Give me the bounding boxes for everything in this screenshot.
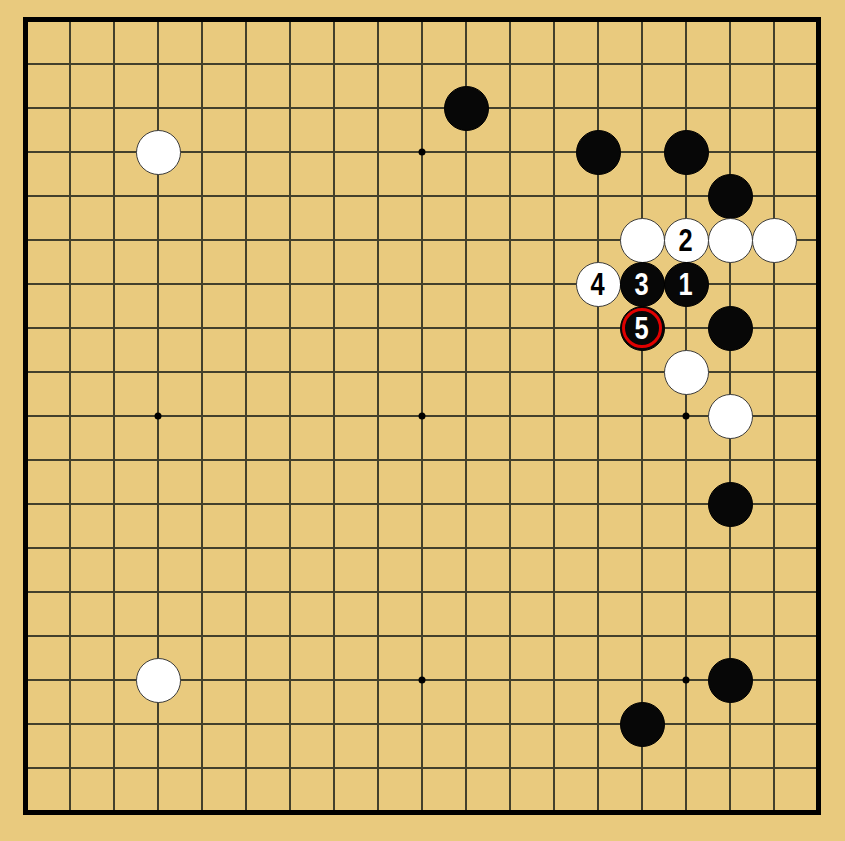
intersection-c18r1[interactable] <box>752 0 796 42</box>
intersection-c6r9[interactable] <box>224 350 268 394</box>
intersection-c6r19[interactable] <box>224 790 268 834</box>
intersection-c3r9[interactable] <box>92 350 136 394</box>
intersection-c17r16[interactable] <box>708 658 752 702</box>
intersection-c2r4[interactable] <box>48 130 92 174</box>
intersection-c1r14[interactable] <box>4 570 48 614</box>
intersection-c4r5[interactable] <box>136 174 180 218</box>
intersection-c2r11[interactable] <box>48 438 92 482</box>
intersection-c10r5[interactable] <box>400 174 444 218</box>
intersection-c17r5[interactable] <box>708 174 752 218</box>
intersection-c4r12[interactable] <box>136 482 180 526</box>
intersection-c3r3[interactable] <box>92 86 136 130</box>
intersection-c14r10[interactable] <box>576 394 620 438</box>
intersection-c6r12[interactable] <box>224 482 268 526</box>
intersection-c2r16[interactable] <box>48 658 92 702</box>
intersection-c11r7[interactable] <box>444 262 488 306</box>
intersection-c8r13[interactable] <box>312 526 356 570</box>
intersection-c12r14[interactable] <box>488 570 532 614</box>
intersection-c13r16[interactable] <box>532 658 576 702</box>
intersection-c12r2[interactable] <box>488 42 532 86</box>
intersection-c16r12[interactable] <box>664 482 708 526</box>
intersection-c11r19[interactable] <box>444 790 488 834</box>
intersection-c3r2[interactable] <box>92 42 136 86</box>
intersection-c3r15[interactable] <box>92 614 136 658</box>
intersection-c5r16[interactable] <box>180 658 224 702</box>
intersection-c19r3[interactable] <box>796 86 840 130</box>
intersection-c5r14[interactable] <box>180 570 224 614</box>
intersection-c14r1[interactable] <box>576 0 620 42</box>
intersection-c7r2[interactable] <box>268 42 312 86</box>
intersection-c6r13[interactable] <box>224 526 268 570</box>
intersection-c1r7[interactable] <box>4 262 48 306</box>
intersection-c15r9[interactable] <box>620 350 664 394</box>
intersection-c16r4[interactable] <box>664 130 708 174</box>
intersection-c3r1[interactable] <box>92 0 136 42</box>
intersection-c6r17[interactable] <box>224 702 268 746</box>
intersection-c8r16[interactable] <box>312 658 356 702</box>
intersection-c1r18[interactable] <box>4 746 48 790</box>
intersection-c6r6[interactable] <box>224 218 268 262</box>
intersection-c12r6[interactable] <box>488 218 532 262</box>
intersection-c19r13[interactable] <box>796 526 840 570</box>
intersection-c16r11[interactable] <box>664 438 708 482</box>
intersection-c11r14[interactable] <box>444 570 488 614</box>
intersection-c19r8[interactable] <box>796 306 840 350</box>
intersection-c5r6[interactable] <box>180 218 224 262</box>
intersection-c4r11[interactable] <box>136 438 180 482</box>
intersection-c13r2[interactable] <box>532 42 576 86</box>
intersection-c5r12[interactable] <box>180 482 224 526</box>
intersection-c11r4[interactable] <box>444 130 488 174</box>
intersection-c10r12[interactable] <box>400 482 444 526</box>
intersection-c19r18[interactable] <box>796 746 840 790</box>
intersection-c9r11[interactable] <box>356 438 400 482</box>
intersection-c18r6[interactable] <box>752 218 796 262</box>
intersection-c3r6[interactable] <box>92 218 136 262</box>
intersection-c17r2[interactable] <box>708 42 752 86</box>
intersection-c19r6[interactable] <box>796 218 840 262</box>
intersection-c1r12[interactable] <box>4 482 48 526</box>
intersection-c2r17[interactable] <box>48 702 92 746</box>
intersection-c19r16[interactable] <box>796 658 840 702</box>
intersection-c5r7[interactable] <box>180 262 224 306</box>
intersection-c8r4[interactable] <box>312 130 356 174</box>
intersection-c3r12[interactable] <box>92 482 136 526</box>
intersection-c19r5[interactable] <box>796 174 840 218</box>
intersection-c18r15[interactable] <box>752 614 796 658</box>
intersection-c19r7[interactable] <box>796 262 840 306</box>
intersection-c5r10[interactable] <box>180 394 224 438</box>
intersection-c17r13[interactable] <box>708 526 752 570</box>
intersection-c1r13[interactable] <box>4 526 48 570</box>
intersection-c6r18[interactable] <box>224 746 268 790</box>
intersection-c14r4[interactable] <box>576 130 620 174</box>
intersection-c7r19[interactable] <box>268 790 312 834</box>
intersection-c9r15[interactable] <box>356 614 400 658</box>
intersection-c2r12[interactable] <box>48 482 92 526</box>
intersection-c11r16[interactable] <box>444 658 488 702</box>
intersection-c9r10[interactable] <box>356 394 400 438</box>
intersection-c14r2[interactable] <box>576 42 620 86</box>
intersection-c4r1[interactable] <box>136 0 180 42</box>
intersection-c1r3[interactable] <box>4 86 48 130</box>
intersection-c2r2[interactable] <box>48 42 92 86</box>
intersection-c2r8[interactable] <box>48 306 92 350</box>
intersection-c1r16[interactable] <box>4 658 48 702</box>
intersection-c7r12[interactable] <box>268 482 312 526</box>
intersection-c18r17[interactable] <box>752 702 796 746</box>
intersection-c14r13[interactable] <box>576 526 620 570</box>
intersection-c16r1[interactable] <box>664 0 708 42</box>
intersection-c3r8[interactable] <box>92 306 136 350</box>
intersection-c7r15[interactable] <box>268 614 312 658</box>
intersection-c16r13[interactable] <box>664 526 708 570</box>
intersection-c17r8[interactable] <box>708 306 752 350</box>
intersection-c14r9[interactable] <box>576 350 620 394</box>
intersection-c1r17[interactable] <box>4 702 48 746</box>
intersection-c8r3[interactable] <box>312 86 356 130</box>
intersection-c12r12[interactable] <box>488 482 532 526</box>
intersection-c17r17[interactable] <box>708 702 752 746</box>
intersection-c12r10[interactable] <box>488 394 532 438</box>
intersection-c14r3[interactable] <box>576 86 620 130</box>
intersection-c11r2[interactable] <box>444 42 488 86</box>
intersection-c2r9[interactable] <box>48 350 92 394</box>
intersection-c10r18[interactable] <box>400 746 444 790</box>
intersection-c15r12[interactable] <box>620 482 664 526</box>
intersection-c5r15[interactable] <box>180 614 224 658</box>
intersection-c8r11[interactable] <box>312 438 356 482</box>
intersection-c7r7[interactable] <box>268 262 312 306</box>
intersection-c17r6[interactable] <box>708 218 752 262</box>
intersection-c2r18[interactable] <box>48 746 92 790</box>
intersection-c17r11[interactable] <box>708 438 752 482</box>
intersection-c5r13[interactable] <box>180 526 224 570</box>
intersection-c9r9[interactable] <box>356 350 400 394</box>
intersection-c8r12[interactable] <box>312 482 356 526</box>
intersection-c13r13[interactable] <box>532 526 576 570</box>
intersection-c12r18[interactable] <box>488 746 532 790</box>
intersection-c2r15[interactable] <box>48 614 92 658</box>
intersection-c9r17[interactable] <box>356 702 400 746</box>
intersection-c2r6[interactable] <box>48 218 92 262</box>
intersection-c14r5[interactable] <box>576 174 620 218</box>
intersection-c3r18[interactable] <box>92 746 136 790</box>
intersection-c4r8[interactable] <box>136 306 180 350</box>
intersection-c5r5[interactable] <box>180 174 224 218</box>
intersection-c18r9[interactable] <box>752 350 796 394</box>
intersection-c17r7[interactable] <box>708 262 752 306</box>
intersection-c16r8[interactable] <box>664 306 708 350</box>
intersection-c4r19[interactable] <box>136 790 180 834</box>
intersection-c15r15[interactable] <box>620 614 664 658</box>
intersection-c6r14[interactable] <box>224 570 268 614</box>
intersection-c15r6[interactable] <box>620 218 664 262</box>
intersection-c7r5[interactable] <box>268 174 312 218</box>
intersection-c14r11[interactable] <box>576 438 620 482</box>
intersection-c16r16[interactable] <box>664 658 708 702</box>
intersection-c9r19[interactable] <box>356 790 400 834</box>
intersection-c13r18[interactable] <box>532 746 576 790</box>
intersection-c14r14[interactable] <box>576 570 620 614</box>
intersection-c4r7[interactable] <box>136 262 180 306</box>
intersection-c15r16[interactable] <box>620 658 664 702</box>
intersection-c16r5[interactable] <box>664 174 708 218</box>
intersection-c11r18[interactable] <box>444 746 488 790</box>
intersection-c4r16[interactable] <box>136 658 180 702</box>
intersection-c19r15[interactable] <box>796 614 840 658</box>
intersection-c18r19[interactable] <box>752 790 796 834</box>
intersection-c2r5[interactable] <box>48 174 92 218</box>
intersection-c10r3[interactable] <box>400 86 444 130</box>
intersection-c11r17[interactable] <box>444 702 488 746</box>
intersection-c9r12[interactable] <box>356 482 400 526</box>
intersection-c5r9[interactable] <box>180 350 224 394</box>
intersection-c6r1[interactable] <box>224 0 268 42</box>
intersection-c3r19[interactable] <box>92 790 136 834</box>
intersection-c7r18[interactable] <box>268 746 312 790</box>
intersection-c2r13[interactable] <box>48 526 92 570</box>
intersection-c15r17[interactable] <box>620 702 664 746</box>
intersection-c17r9[interactable] <box>708 350 752 394</box>
intersection-c15r4[interactable] <box>620 130 664 174</box>
intersection-c19r9[interactable] <box>796 350 840 394</box>
intersection-c16r2[interactable] <box>664 42 708 86</box>
intersection-c2r19[interactable] <box>48 790 92 834</box>
intersection-c8r6[interactable] <box>312 218 356 262</box>
intersection-c19r4[interactable] <box>796 130 840 174</box>
intersection-c8r1[interactable] <box>312 0 356 42</box>
intersection-c11r13[interactable] <box>444 526 488 570</box>
intersection-c6r8[interactable] <box>224 306 268 350</box>
intersection-c14r12[interactable] <box>576 482 620 526</box>
intersection-c2r3[interactable] <box>48 86 92 130</box>
intersection-c1r1[interactable] <box>4 0 48 42</box>
intersection-c8r9[interactable] <box>312 350 356 394</box>
intersection-c13r6[interactable] <box>532 218 576 262</box>
intersection-c13r8[interactable] <box>532 306 576 350</box>
intersection-c13r9[interactable] <box>532 350 576 394</box>
intersection-c7r11[interactable] <box>268 438 312 482</box>
intersection-c4r14[interactable] <box>136 570 180 614</box>
intersection-c10r7[interactable] <box>400 262 444 306</box>
intersection-c4r4[interactable] <box>136 130 180 174</box>
intersection-c16r18[interactable] <box>664 746 708 790</box>
intersection-c3r17[interactable] <box>92 702 136 746</box>
intersection-c19r12[interactable] <box>796 482 840 526</box>
intersection-c12r17[interactable] <box>488 702 532 746</box>
intersection-c1r2[interactable] <box>4 42 48 86</box>
intersection-c10r6[interactable] <box>400 218 444 262</box>
intersection-c7r8[interactable] <box>268 306 312 350</box>
intersection-c19r1[interactable] <box>796 0 840 42</box>
intersection-c9r13[interactable] <box>356 526 400 570</box>
intersection-c10r1[interactable] <box>400 0 444 42</box>
intersection-c11r3[interactable] <box>444 86 488 130</box>
intersection-c5r11[interactable] <box>180 438 224 482</box>
intersection-c4r15[interactable] <box>136 614 180 658</box>
intersection-c11r1[interactable] <box>444 0 488 42</box>
intersection-c14r15[interactable] <box>576 614 620 658</box>
intersection-c9r7[interactable] <box>356 262 400 306</box>
intersection-c18r2[interactable] <box>752 42 796 86</box>
intersection-c8r2[interactable] <box>312 42 356 86</box>
intersection-c5r17[interactable] <box>180 702 224 746</box>
intersection-c6r5[interactable] <box>224 174 268 218</box>
intersection-c13r5[interactable] <box>532 174 576 218</box>
intersection-c14r6[interactable] <box>576 218 620 262</box>
intersection-c7r9[interactable] <box>268 350 312 394</box>
intersection-c16r15[interactable] <box>664 614 708 658</box>
intersection-c13r17[interactable] <box>532 702 576 746</box>
intersection-c5r19[interactable] <box>180 790 224 834</box>
intersection-c3r10[interactable] <box>92 394 136 438</box>
intersection-c11r15[interactable] <box>444 614 488 658</box>
intersection-c3r4[interactable] <box>92 130 136 174</box>
intersection-c2r1[interactable] <box>48 0 92 42</box>
intersection-c15r2[interactable] <box>620 42 664 86</box>
intersection-c13r3[interactable] <box>532 86 576 130</box>
intersection-c12r8[interactable] <box>488 306 532 350</box>
intersection-c12r11[interactable] <box>488 438 532 482</box>
intersection-c13r7[interactable] <box>532 262 576 306</box>
intersection-c12r9[interactable] <box>488 350 532 394</box>
intersection-c8r10[interactable] <box>312 394 356 438</box>
intersection-c3r13[interactable] <box>92 526 136 570</box>
intersection-c11r11[interactable] <box>444 438 488 482</box>
intersection-c9r6[interactable] <box>356 218 400 262</box>
intersection-c16r14[interactable] <box>664 570 708 614</box>
intersection-c8r14[interactable] <box>312 570 356 614</box>
intersection-c17r12[interactable] <box>708 482 752 526</box>
intersection-c16r10[interactable] <box>664 394 708 438</box>
intersection-c6r10[interactable] <box>224 394 268 438</box>
intersection-c15r13[interactable] <box>620 526 664 570</box>
intersection-c9r8[interactable] <box>356 306 400 350</box>
intersection-c18r10[interactable] <box>752 394 796 438</box>
intersection-c15r14[interactable] <box>620 570 664 614</box>
intersection-c4r13[interactable] <box>136 526 180 570</box>
intersection-c10r13[interactable] <box>400 526 444 570</box>
intersection-c4r6[interactable] <box>136 218 180 262</box>
intersection-c10r14[interactable] <box>400 570 444 614</box>
intersection-c10r16[interactable] <box>400 658 444 702</box>
intersection-c1r9[interactable] <box>4 350 48 394</box>
intersection-c8r18[interactable] <box>312 746 356 790</box>
intersection-c11r10[interactable] <box>444 394 488 438</box>
intersection-c10r4[interactable] <box>400 130 444 174</box>
intersection-c10r10[interactable] <box>400 394 444 438</box>
intersection-c4r17[interactable] <box>136 702 180 746</box>
intersection-c18r8[interactable] <box>752 306 796 350</box>
intersection-c6r4[interactable] <box>224 130 268 174</box>
intersection-c18r7[interactable] <box>752 262 796 306</box>
intersection-c5r1[interactable] <box>180 0 224 42</box>
intersection-c16r3[interactable] <box>664 86 708 130</box>
intersection-c14r19[interactable] <box>576 790 620 834</box>
intersection-c1r8[interactable] <box>4 306 48 350</box>
intersection-c7r3[interactable] <box>268 86 312 130</box>
intersection-c17r15[interactable] <box>708 614 752 658</box>
intersection-c14r8[interactable] <box>576 306 620 350</box>
intersection-c18r16[interactable] <box>752 658 796 702</box>
intersection-c13r10[interactable] <box>532 394 576 438</box>
intersection-c15r11[interactable] <box>620 438 664 482</box>
intersection-c1r10[interactable] <box>4 394 48 438</box>
intersection-c15r3[interactable] <box>620 86 664 130</box>
intersection-c14r7[interactable]: 4 <box>576 262 620 306</box>
intersection-c6r16[interactable] <box>224 658 268 702</box>
intersection-c17r18[interactable] <box>708 746 752 790</box>
intersection-c4r3[interactable] <box>136 86 180 130</box>
intersection-c1r4[interactable] <box>4 130 48 174</box>
intersection-c18r14[interactable] <box>752 570 796 614</box>
intersection-c15r7[interactable]: 3 <box>620 262 664 306</box>
intersection-c7r1[interactable] <box>268 0 312 42</box>
intersection-c16r7[interactable]: 1 <box>664 262 708 306</box>
intersection-c14r18[interactable] <box>576 746 620 790</box>
intersection-c11r12[interactable] <box>444 482 488 526</box>
intersection-c9r18[interactable] <box>356 746 400 790</box>
intersection-c5r8[interactable] <box>180 306 224 350</box>
intersection-c12r3[interactable] <box>488 86 532 130</box>
intersection-c7r16[interactable] <box>268 658 312 702</box>
intersection-c2r10[interactable] <box>48 394 92 438</box>
intersection-c7r17[interactable] <box>268 702 312 746</box>
intersection-c13r4[interactable] <box>532 130 576 174</box>
intersection-c11r5[interactable] <box>444 174 488 218</box>
intersection-c12r5[interactable] <box>488 174 532 218</box>
intersection-c15r19[interactable] <box>620 790 664 834</box>
intersection-c9r4[interactable] <box>356 130 400 174</box>
intersection-c15r10[interactable] <box>620 394 664 438</box>
intersection-c6r11[interactable] <box>224 438 268 482</box>
intersection-c10r2[interactable] <box>400 42 444 86</box>
intersection-c1r11[interactable] <box>4 438 48 482</box>
intersection-c19r10[interactable] <box>796 394 840 438</box>
intersection-c10r8[interactable] <box>400 306 444 350</box>
intersection-c3r16[interactable] <box>92 658 136 702</box>
intersection-c16r9[interactable] <box>664 350 708 394</box>
intersection-c1r15[interactable] <box>4 614 48 658</box>
intersection-c6r2[interactable] <box>224 42 268 86</box>
intersection-c4r10[interactable] <box>136 394 180 438</box>
intersection-c7r13[interactable] <box>268 526 312 570</box>
intersection-c18r5[interactable] <box>752 174 796 218</box>
intersection-c13r15[interactable] <box>532 614 576 658</box>
intersection-c2r7[interactable] <box>48 262 92 306</box>
intersection-c19r14[interactable] <box>796 570 840 614</box>
intersection-c12r1[interactable] <box>488 0 532 42</box>
intersection-c5r4[interactable] <box>180 130 224 174</box>
intersection-c19r2[interactable] <box>796 42 840 86</box>
intersection-c8r15[interactable] <box>312 614 356 658</box>
intersection-c5r2[interactable] <box>180 42 224 86</box>
intersection-c9r14[interactable] <box>356 570 400 614</box>
intersection-c12r16[interactable] <box>488 658 532 702</box>
intersection-c13r19[interactable] <box>532 790 576 834</box>
intersection-c19r11[interactable] <box>796 438 840 482</box>
intersection-c9r2[interactable] <box>356 42 400 86</box>
intersection-c4r9[interactable] <box>136 350 180 394</box>
intersection-c17r1[interactable] <box>708 0 752 42</box>
intersection-c17r3[interactable] <box>708 86 752 130</box>
intersection-c6r7[interactable] <box>224 262 268 306</box>
intersection-c11r6[interactable] <box>444 218 488 262</box>
intersection-c7r14[interactable] <box>268 570 312 614</box>
intersection-c11r8[interactable] <box>444 306 488 350</box>
intersection-c8r7[interactable] <box>312 262 356 306</box>
